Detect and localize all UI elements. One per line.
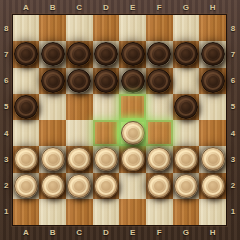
square-h7[interactable] bbox=[199, 41, 226, 67]
file-labels-top: ABCDEFGH bbox=[13, 0, 227, 15]
square-f7[interactable] bbox=[146, 41, 173, 67]
file-label-f: F bbox=[146, 225, 173, 240]
file-label-h: H bbox=[199, 0, 226, 15]
square-a1[interactable] bbox=[13, 199, 40, 225]
square-c2[interactable] bbox=[66, 173, 93, 199]
file-label-h: H bbox=[199, 225, 226, 240]
rank-label-1: 1 bbox=[0, 199, 13, 225]
rank-label-4: 4 bbox=[226, 120, 240, 146]
white-piece-h2[interactable] bbox=[201, 174, 225, 198]
rank-label-8: 8 bbox=[0, 15, 13, 41]
rank-label-7: 7 bbox=[0, 41, 13, 67]
square-a7[interactable] bbox=[13, 41, 40, 67]
black-piece-d7[interactable] bbox=[94, 42, 118, 66]
file-label-e: E bbox=[119, 225, 146, 240]
square-d8[interactable] bbox=[93, 15, 120, 41]
file-labels-bottom: ABCDEFGH bbox=[13, 225, 227, 240]
file-label-b: B bbox=[39, 0, 66, 15]
square-g3[interactable] bbox=[173, 146, 200, 172]
checkers-board: ABCDEFGH ABCDEFGH 87654321 87654321 bbox=[0, 0, 240, 240]
file-label-d: D bbox=[93, 225, 120, 240]
square-d6[interactable] bbox=[93, 68, 120, 94]
rank-label-2: 2 bbox=[226, 173, 240, 199]
square-g2[interactable] bbox=[173, 173, 200, 199]
rank-label-8: 8 bbox=[226, 15, 240, 41]
white-piece-d3[interactable] bbox=[94, 147, 118, 171]
board-grid bbox=[13, 15, 227, 225]
rank-label-4: 4 bbox=[0, 120, 13, 146]
rank-label-6: 6 bbox=[0, 68, 13, 94]
rank-label-7: 7 bbox=[226, 41, 240, 67]
square-a2[interactable] bbox=[13, 173, 40, 199]
file-label-g: G bbox=[173, 225, 200, 240]
white-piece-b2[interactable] bbox=[41, 174, 65, 198]
black-piece-h6[interactable] bbox=[201, 69, 225, 93]
square-e6[interactable] bbox=[119, 68, 146, 94]
square-e2[interactable] bbox=[119, 173, 146, 199]
rank-label-3: 3 bbox=[226, 146, 240, 172]
square-e8[interactable] bbox=[119, 15, 146, 41]
square-d1[interactable] bbox=[93, 199, 120, 225]
file-label-b: B bbox=[39, 225, 66, 240]
rank-label-1: 1 bbox=[226, 199, 240, 225]
white-piece-g2[interactable] bbox=[174, 174, 198, 198]
black-piece-f6[interactable] bbox=[147, 69, 171, 93]
black-piece-b6[interactable] bbox=[41, 69, 65, 93]
white-piece-c2[interactable] bbox=[67, 174, 91, 198]
square-d7[interactable] bbox=[93, 41, 120, 67]
square-f3[interactable] bbox=[146, 146, 173, 172]
black-piece-e6[interactable] bbox=[121, 69, 145, 93]
file-label-g: G bbox=[173, 0, 200, 15]
square-g1[interactable] bbox=[173, 199, 200, 225]
white-piece-g3[interactable] bbox=[174, 147, 198, 171]
square-d5[interactable] bbox=[93, 94, 120, 120]
square-b4[interactable] bbox=[39, 120, 66, 146]
rank-label-2: 2 bbox=[0, 173, 13, 199]
square-e3[interactable] bbox=[119, 146, 146, 172]
black-piece-a5[interactable] bbox=[14, 95, 38, 119]
file-label-e: E bbox=[119, 0, 146, 15]
black-piece-h7[interactable] bbox=[201, 42, 225, 66]
square-h3[interactable] bbox=[199, 146, 226, 172]
square-g8[interactable] bbox=[173, 15, 200, 41]
white-piece-h3[interactable] bbox=[201, 147, 225, 171]
white-piece-c3[interactable] bbox=[67, 147, 91, 171]
square-e7[interactable] bbox=[119, 41, 146, 67]
white-piece-d2[interactable] bbox=[94, 174, 118, 198]
black-piece-g5[interactable] bbox=[174, 95, 198, 119]
square-g4[interactable] bbox=[173, 120, 200, 146]
file-label-f: F bbox=[146, 0, 173, 15]
square-a4[interactable] bbox=[13, 120, 40, 146]
black-piece-d6[interactable] bbox=[94, 69, 118, 93]
black-piece-c7[interactable] bbox=[67, 42, 91, 66]
square-d3[interactable] bbox=[93, 146, 120, 172]
square-f6[interactable] bbox=[146, 68, 173, 94]
square-e5[interactable] bbox=[119, 94, 146, 120]
square-f5[interactable] bbox=[146, 94, 173, 120]
file-label-a: A bbox=[13, 225, 40, 240]
black-piece-e7[interactable] bbox=[121, 42, 145, 66]
square-h2[interactable] bbox=[199, 173, 226, 199]
black-piece-c6[interactable] bbox=[67, 69, 91, 93]
black-piece-f7[interactable] bbox=[147, 42, 171, 66]
square-b1[interactable] bbox=[39, 199, 66, 225]
square-h6[interactable] bbox=[199, 68, 226, 94]
square-h5[interactable] bbox=[199, 94, 226, 120]
rank-labels-left: 87654321 bbox=[0, 15, 13, 225]
square-c8[interactable] bbox=[66, 15, 93, 41]
square-h1[interactable] bbox=[199, 199, 226, 225]
square-h8[interactable] bbox=[199, 15, 226, 41]
white-piece-f3[interactable] bbox=[147, 147, 171, 171]
white-piece-e3[interactable] bbox=[121, 147, 145, 171]
file-label-d: D bbox=[93, 0, 120, 15]
rank-labels-right: 87654321 bbox=[226, 15, 240, 225]
rank-label-3: 3 bbox=[0, 146, 13, 172]
rank-label-5: 5 bbox=[0, 94, 13, 120]
square-e4[interactable] bbox=[119, 120, 146, 146]
square-d2[interactable] bbox=[93, 173, 120, 199]
square-h4[interactable] bbox=[199, 120, 226, 146]
square-b8[interactable] bbox=[39, 15, 66, 41]
square-b2[interactable] bbox=[39, 173, 66, 199]
square-f1[interactable] bbox=[146, 199, 173, 225]
square-b3[interactable] bbox=[39, 146, 66, 172]
square-c5[interactable] bbox=[66, 94, 93, 120]
white-piece-f2[interactable] bbox=[147, 174, 171, 198]
square-c3[interactable] bbox=[66, 146, 93, 172]
square-b5[interactable] bbox=[39, 94, 66, 120]
square-c1[interactable] bbox=[66, 199, 93, 225]
file-label-c: C bbox=[66, 0, 93, 15]
square-b7[interactable] bbox=[39, 41, 66, 67]
black-piece-g7[interactable] bbox=[174, 42, 198, 66]
file-label-a: A bbox=[13, 0, 40, 15]
square-e1[interactable] bbox=[119, 199, 146, 225]
square-f4[interactable] bbox=[146, 120, 173, 146]
square-c6[interactable] bbox=[66, 68, 93, 94]
square-g7[interactable] bbox=[173, 41, 200, 67]
white-piece-a3[interactable] bbox=[14, 147, 38, 171]
square-c7[interactable] bbox=[66, 41, 93, 67]
square-g6[interactable] bbox=[173, 68, 200, 94]
square-a3[interactable] bbox=[13, 146, 40, 172]
white-piece-e4[interactable] bbox=[121, 121, 145, 145]
square-b6[interactable] bbox=[39, 68, 66, 94]
black-piece-a7[interactable] bbox=[14, 42, 38, 66]
square-f2[interactable] bbox=[146, 173, 173, 199]
square-g5[interactable] bbox=[173, 94, 200, 120]
black-piece-b7[interactable] bbox=[41, 42, 65, 66]
rank-label-6: 6 bbox=[226, 68, 240, 94]
white-piece-b3[interactable] bbox=[41, 147, 65, 171]
square-a6[interactable] bbox=[13, 68, 40, 94]
square-a8[interactable] bbox=[13, 15, 40, 41]
white-piece-a2[interactable] bbox=[14, 174, 38, 198]
square-f8[interactable] bbox=[146, 15, 173, 41]
square-c4[interactable] bbox=[66, 120, 93, 146]
square-d4[interactable] bbox=[93, 120, 120, 146]
square-a5[interactable] bbox=[13, 94, 40, 120]
file-label-c: C bbox=[66, 225, 93, 240]
rank-label-5: 5 bbox=[226, 94, 240, 120]
